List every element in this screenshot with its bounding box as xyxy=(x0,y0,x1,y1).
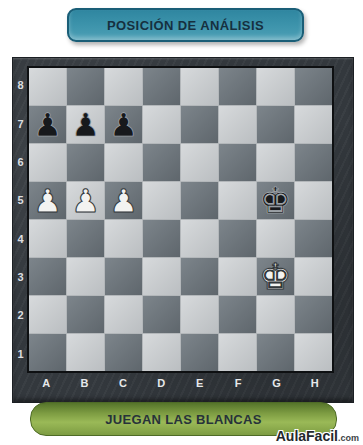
square-c7: ♟ xyxy=(105,106,142,143)
square-d6 xyxy=(143,144,180,181)
square-e8 xyxy=(181,68,218,105)
file-label-g: G xyxy=(257,371,295,395)
square-e4 xyxy=(181,220,218,257)
square-a2 xyxy=(29,296,66,333)
square-b4 xyxy=(67,220,104,257)
square-d4 xyxy=(143,220,180,257)
white-pawn-a5: ♟ xyxy=(29,182,66,219)
file-labels: ABCDEFGH xyxy=(27,371,334,395)
square-d2 xyxy=(143,296,180,333)
square-h7 xyxy=(295,106,332,143)
square-c6 xyxy=(105,144,142,181)
black-pawn-b7: ♟ xyxy=(67,106,104,143)
brand-suffix: .com xyxy=(338,433,359,443)
white-pawn-b5: ♟ xyxy=(67,182,104,219)
file-label-f: F xyxy=(219,371,257,395)
square-b1 xyxy=(67,334,104,371)
square-d1 xyxy=(143,334,180,371)
square-a7: ♟ xyxy=(29,106,66,143)
black-king-g5: ♚ xyxy=(257,182,294,219)
file-label-d: D xyxy=(142,371,180,395)
chess-board-frame: 87654321 ♟♟♟♟♟♟♚♚ ABCDEFGH xyxy=(12,57,354,403)
rank-label-7: 7 xyxy=(14,104,27,142)
aulafacil-logo: AulaFacil.com xyxy=(276,427,359,445)
black-pawn-c7: ♟ xyxy=(105,106,142,143)
square-e3 xyxy=(181,258,218,295)
square-g6 xyxy=(257,144,294,181)
square-g5: ♚ xyxy=(257,182,294,219)
square-b6 xyxy=(67,144,104,181)
square-b8 xyxy=(67,68,104,105)
square-c2 xyxy=(105,296,142,333)
square-h1 xyxy=(295,334,332,371)
square-g8 xyxy=(257,68,294,105)
file-label-c: C xyxy=(104,371,142,395)
square-c4 xyxy=(105,220,142,257)
rank-label-3: 3 xyxy=(14,258,27,296)
square-f8 xyxy=(219,68,256,105)
square-e5 xyxy=(181,182,218,219)
square-h6 xyxy=(295,144,332,181)
square-e1 xyxy=(181,334,218,371)
square-c8 xyxy=(105,68,142,105)
square-g4 xyxy=(257,220,294,257)
square-h3 xyxy=(295,258,332,295)
square-b7: ♟ xyxy=(67,106,104,143)
turn-banner-label: JUEGAN LAS BLANCAS xyxy=(105,412,261,427)
square-c3 xyxy=(105,258,142,295)
rank-label-6: 6 xyxy=(14,143,27,181)
page-title: POSICIÓN DE ANÁLISIS xyxy=(107,18,264,33)
square-f7 xyxy=(219,106,256,143)
rank-label-2: 2 xyxy=(14,296,27,334)
file-label-h: H xyxy=(296,371,334,395)
square-b2 xyxy=(67,296,104,333)
square-a1 xyxy=(29,334,66,371)
rank-labels: 87654321 xyxy=(14,66,27,373)
rank-label-5: 5 xyxy=(14,181,27,219)
rank-label-8: 8 xyxy=(14,66,27,104)
square-b5: ♟ xyxy=(67,182,104,219)
square-d3 xyxy=(143,258,180,295)
square-g2 xyxy=(257,296,294,333)
square-f1 xyxy=(219,334,256,371)
square-a6 xyxy=(29,144,66,181)
brand-name: AulaFacil xyxy=(276,428,338,444)
square-a4 xyxy=(29,220,66,257)
square-a3 xyxy=(29,258,66,295)
square-c5: ♟ xyxy=(105,182,142,219)
square-h5 xyxy=(295,182,332,219)
square-f6 xyxy=(219,144,256,181)
square-h8 xyxy=(295,68,332,105)
square-d7 xyxy=(143,106,180,143)
rank-label-1: 1 xyxy=(14,335,27,373)
file-label-a: A xyxy=(27,371,65,395)
board-squares: ♟♟♟♟♟♟♚♚ xyxy=(27,66,334,373)
square-b3 xyxy=(67,258,104,295)
white-pawn-c5: ♟ xyxy=(105,182,142,219)
square-f4 xyxy=(219,220,256,257)
square-e6 xyxy=(181,144,218,181)
square-f2 xyxy=(219,296,256,333)
square-c1 xyxy=(105,334,142,371)
square-f3 xyxy=(219,258,256,295)
analysis-banner: POSICIÓN DE ANÁLISIS xyxy=(67,8,304,42)
rank-label-4: 4 xyxy=(14,220,27,258)
file-label-b: B xyxy=(65,371,103,395)
square-g1 xyxy=(257,334,294,371)
square-h2 xyxy=(295,296,332,333)
square-a8 xyxy=(29,68,66,105)
square-d8 xyxy=(143,68,180,105)
square-f5 xyxy=(219,182,256,219)
black-pawn-a7: ♟ xyxy=(29,106,66,143)
square-g7 xyxy=(257,106,294,143)
file-label-e: E xyxy=(181,371,219,395)
square-e7 xyxy=(181,106,218,143)
square-d5 xyxy=(143,182,180,219)
white-king-g3: ♚ xyxy=(257,258,294,295)
square-e2 xyxy=(181,296,218,333)
square-g3: ♚ xyxy=(257,258,294,295)
square-h4 xyxy=(295,220,332,257)
square-a5: ♟ xyxy=(29,182,66,219)
